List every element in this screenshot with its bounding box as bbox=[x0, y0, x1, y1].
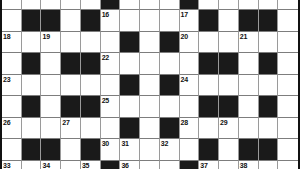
white-cell[interactable] bbox=[259, 75, 279, 97]
clue-number: 38 bbox=[240, 161, 247, 170]
white-cell[interactable]: 33 bbox=[2, 161, 22, 170]
white-cell[interactable] bbox=[160, 10, 180, 32]
white-cell[interactable] bbox=[199, 75, 219, 97]
black-cell bbox=[61, 96, 81, 118]
black-cell bbox=[259, 53, 279, 75]
white-cell[interactable] bbox=[219, 0, 239, 10]
white-cell[interactable] bbox=[259, 161, 279, 170]
white-cell[interactable]: 38 bbox=[239, 161, 259, 170]
white-cell[interactable] bbox=[180, 139, 200, 161]
white-cell[interactable] bbox=[22, 0, 42, 10]
white-cell[interactable] bbox=[61, 32, 81, 54]
white-cell[interactable] bbox=[219, 139, 239, 161]
white-cell[interactable] bbox=[22, 75, 42, 97]
white-cell[interactable] bbox=[180, 53, 200, 75]
white-cell[interactable] bbox=[2, 53, 22, 75]
white-cell[interactable] bbox=[140, 161, 160, 170]
black-cell bbox=[81, 139, 101, 161]
white-cell[interactable]: 19 bbox=[41, 32, 61, 54]
black-cell bbox=[219, 53, 239, 75]
white-cell[interactable] bbox=[41, 96, 61, 118]
black-cell bbox=[259, 10, 279, 32]
clue-number: 32 bbox=[161, 139, 168, 148]
white-cell[interactable] bbox=[278, 0, 298, 10]
white-cell[interactable]: 20 bbox=[180, 32, 200, 54]
white-cell[interactable] bbox=[140, 139, 160, 161]
white-cell[interactable] bbox=[61, 161, 81, 170]
white-cell[interactable]: 24 bbox=[180, 75, 200, 97]
white-cell[interactable] bbox=[22, 161, 42, 170]
white-cell[interactable] bbox=[278, 96, 298, 118]
clue-number: 37 bbox=[200, 161, 207, 170]
black-cell bbox=[22, 53, 42, 75]
black-cell bbox=[120, 118, 140, 140]
white-cell[interactable] bbox=[61, 10, 81, 32]
white-cell[interactable] bbox=[41, 0, 61, 10]
white-cell[interactable] bbox=[160, 161, 180, 170]
white-cell[interactable] bbox=[140, 75, 160, 97]
white-cell[interactable]: 17 bbox=[180, 10, 200, 32]
white-cell[interactable]: 27 bbox=[61, 118, 81, 140]
white-cell[interactable] bbox=[219, 10, 239, 32]
white-cell[interactable]: 30 bbox=[101, 139, 121, 161]
white-cell[interactable] bbox=[239, 53, 259, 75]
white-cell[interactable] bbox=[219, 75, 239, 97]
white-cell[interactable] bbox=[259, 118, 279, 140]
white-cell[interactable] bbox=[140, 96, 160, 118]
white-cell[interactable]: 28 bbox=[180, 118, 200, 140]
white-cell[interactable]: 16 bbox=[101, 10, 121, 32]
white-cell[interactable] bbox=[81, 118, 101, 140]
black-cell bbox=[81, 53, 101, 75]
white-cell[interactable]: 37 bbox=[199, 161, 219, 170]
white-cell[interactable] bbox=[61, 0, 81, 10]
white-cell[interactable] bbox=[199, 32, 219, 54]
white-cell[interactable]: 25 bbox=[101, 96, 121, 118]
black-cell bbox=[22, 10, 42, 32]
white-cell[interactable]: 22 bbox=[101, 53, 121, 75]
white-cell[interactable] bbox=[61, 139, 81, 161]
black-cell bbox=[81, 96, 101, 118]
white-cell[interactable]: 29 bbox=[219, 118, 239, 140]
white-cell[interactable] bbox=[81, 32, 101, 54]
clue-number: 16 bbox=[102, 10, 109, 19]
white-cell[interactable] bbox=[81, 75, 101, 97]
white-cell[interactable] bbox=[259, 32, 279, 54]
clue-number: 28 bbox=[181, 118, 188, 127]
white-cell[interactable] bbox=[278, 75, 298, 97]
clue-number: 23 bbox=[3, 75, 10, 84]
white-cell[interactable] bbox=[199, 0, 219, 10]
white-cell[interactable] bbox=[120, 96, 140, 118]
black-cell bbox=[22, 139, 42, 161]
white-cell[interactable] bbox=[160, 0, 180, 10]
clue-number: 34 bbox=[42, 161, 49, 170]
black-cell bbox=[120, 75, 140, 97]
white-cell[interactable]: 31 bbox=[120, 139, 140, 161]
white-cell[interactable] bbox=[259, 0, 279, 10]
clue-number: 30 bbox=[102, 139, 109, 148]
white-cell[interactable]: 26 bbox=[2, 118, 22, 140]
white-cell[interactable]: 18 bbox=[2, 32, 22, 54]
white-cell[interactable] bbox=[2, 10, 22, 32]
black-cell bbox=[81, 10, 101, 32]
black-cell bbox=[160, 32, 180, 54]
white-cell[interactable]: 34 bbox=[41, 161, 61, 170]
clue-number: 21 bbox=[240, 32, 247, 41]
clue-number: 36 bbox=[121, 161, 128, 170]
white-cell[interactable] bbox=[160, 53, 180, 75]
black-cell bbox=[199, 139, 219, 161]
black-cell bbox=[180, 0, 200, 10]
white-cell[interactable] bbox=[278, 53, 298, 75]
white-cell[interactable] bbox=[239, 75, 259, 97]
clue-number: 33 bbox=[3, 161, 10, 170]
black-cell bbox=[259, 139, 279, 161]
black-cell bbox=[61, 53, 81, 75]
white-cell[interactable]: 35 bbox=[81, 161, 101, 170]
white-cell[interactable] bbox=[120, 10, 140, 32]
white-cell[interactable] bbox=[120, 0, 140, 10]
clue-number: 24 bbox=[181, 75, 188, 84]
black-cell bbox=[41, 139, 61, 161]
black-cell bbox=[101, 161, 121, 170]
black-cell bbox=[101, 0, 121, 10]
white-cell[interactable] bbox=[22, 118, 42, 140]
clue-number: 27 bbox=[62, 118, 69, 127]
white-cell[interactable] bbox=[199, 118, 219, 140]
white-cell[interactable] bbox=[239, 0, 259, 10]
white-cell[interactable] bbox=[61, 75, 81, 97]
white-cell[interactable] bbox=[219, 32, 239, 54]
white-cell[interactable] bbox=[278, 161, 298, 170]
white-cell[interactable] bbox=[41, 53, 61, 75]
white-cell[interactable] bbox=[2, 139, 22, 161]
white-cell[interactable] bbox=[2, 96, 22, 118]
black-cell bbox=[219, 96, 239, 118]
black-cell bbox=[259, 96, 279, 118]
clue-number: 19 bbox=[42, 32, 49, 41]
black-cell bbox=[160, 118, 180, 140]
black-cell bbox=[180, 161, 200, 170]
white-cell[interactable] bbox=[22, 32, 42, 54]
black-cell bbox=[199, 96, 219, 118]
black-cell bbox=[160, 75, 180, 97]
clue-number: 26 bbox=[3, 118, 10, 127]
black-cell bbox=[22, 96, 42, 118]
white-cell[interactable] bbox=[278, 32, 298, 54]
white-cell[interactable]: 23 bbox=[2, 75, 22, 97]
white-cell[interactable] bbox=[278, 139, 298, 161]
white-cell[interactable] bbox=[2, 0, 22, 10]
white-cell[interactable] bbox=[140, 53, 160, 75]
white-cell[interactable] bbox=[160, 96, 180, 118]
white-cell[interactable] bbox=[278, 118, 298, 140]
black-cell bbox=[239, 10, 259, 32]
black-cell bbox=[120, 32, 140, 54]
white-cell[interactable] bbox=[140, 0, 160, 10]
white-cell[interactable] bbox=[101, 118, 121, 140]
white-cell[interactable] bbox=[81, 0, 101, 10]
clue-number: 20 bbox=[181, 32, 188, 41]
white-cell[interactable] bbox=[180, 96, 200, 118]
clue-number: 22 bbox=[102, 53, 109, 62]
black-cell bbox=[199, 10, 219, 32]
clue-number: 18 bbox=[3, 32, 10, 41]
clue-number: 35 bbox=[82, 161, 89, 170]
white-cell[interactable]: 21 bbox=[239, 32, 259, 54]
white-cell[interactable] bbox=[41, 75, 61, 97]
white-cell[interactable]: 32 bbox=[160, 139, 180, 161]
white-cell[interactable]: 36 bbox=[120, 161, 140, 170]
white-cell[interactable] bbox=[239, 118, 259, 140]
white-cell[interactable] bbox=[41, 118, 61, 140]
white-cell[interactable] bbox=[140, 118, 160, 140]
white-cell[interactable] bbox=[239, 96, 259, 118]
white-cell[interactable] bbox=[219, 161, 239, 170]
clue-number: 29 bbox=[220, 118, 227, 127]
clue-number: 31 bbox=[121, 139, 128, 148]
clue-number: 25 bbox=[102, 96, 109, 105]
white-cell[interactable] bbox=[120, 53, 140, 75]
white-cell[interactable] bbox=[101, 32, 121, 54]
crossword-screenshot: 1617181920212223242526272829303132333435… bbox=[0, 0, 300, 169]
white-cell[interactable] bbox=[140, 10, 160, 32]
white-cell[interactable] bbox=[101, 75, 121, 97]
white-cell[interactable] bbox=[140, 32, 160, 54]
black-cell bbox=[41, 10, 61, 32]
black-cell bbox=[239, 139, 259, 161]
clue-number: 17 bbox=[181, 10, 188, 19]
crossword-grid: 1617181920212223242526272829303132333435… bbox=[0, 0, 300, 169]
black-cell bbox=[199, 53, 219, 75]
white-cell[interactable] bbox=[278, 10, 298, 32]
